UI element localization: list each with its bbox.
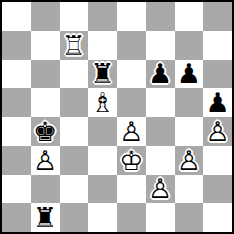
square-d6: ♜ <box>88 60 117 89</box>
square-h1 <box>203 203 232 232</box>
square-c4 <box>60 117 89 146</box>
white-piece-contour: ♙ <box>206 118 230 145</box>
black-rook: ♜ <box>88 60 117 89</box>
square-d2 <box>88 175 117 204</box>
black-rook: ♜ <box>31 203 60 232</box>
square-g7 <box>175 31 204 60</box>
white-piece-contour: ♖ <box>62 32 86 59</box>
square-e8 <box>117 2 146 31</box>
square-b3: ♟♙ <box>31 146 60 175</box>
square-f5 <box>146 88 175 117</box>
square-d5: ♝♗ <box>88 88 117 117</box>
white-piece-contour: ♔ <box>119 147 143 174</box>
white-piece-contour: ♙ <box>33 147 57 174</box>
square-b6 <box>31 60 60 89</box>
square-a6 <box>2 60 31 89</box>
square-e4: ♟♙ <box>117 117 146 146</box>
square-g3: ♟♙ <box>175 146 204 175</box>
square-a1 <box>2 203 31 232</box>
black-piece-glyph: ♟ <box>177 60 201 87</box>
black-pawn: ♟ <box>175 60 204 89</box>
square-g4 <box>175 117 204 146</box>
square-h2 <box>203 175 232 204</box>
square-g6: ♟ <box>175 60 204 89</box>
square-c8 <box>60 2 89 31</box>
square-a5 <box>2 88 31 117</box>
square-e6 <box>117 60 146 89</box>
square-c7: ♜♖ <box>60 31 89 60</box>
square-e1 <box>117 203 146 232</box>
square-f1 <box>146 203 175 232</box>
square-d3 <box>88 146 117 175</box>
square-c1 <box>60 203 89 232</box>
square-g2 <box>175 175 204 204</box>
square-b4: ♚ <box>31 117 60 146</box>
square-d7 <box>88 31 117 60</box>
square-b2 <box>31 175 60 204</box>
square-a3 <box>2 146 31 175</box>
square-f2: ♟♙ <box>146 175 175 204</box>
white-piece-contour: ♙ <box>148 175 172 202</box>
black-piece-glyph: ♚ <box>33 118 57 145</box>
square-f6: ♟ <box>146 60 175 89</box>
square-c3 <box>60 146 89 175</box>
white-king: ♚♔ <box>117 146 146 175</box>
white-bishop: ♝♗ <box>88 88 117 117</box>
square-b1: ♜ <box>31 203 60 232</box>
black-piece-glyph: ♜ <box>91 60 115 87</box>
square-b5 <box>31 88 60 117</box>
square-d4 <box>88 117 117 146</box>
white-pawn: ♟♙ <box>175 146 204 175</box>
square-e5 <box>117 88 146 117</box>
square-f4 <box>146 117 175 146</box>
black-king: ♚ <box>31 117 60 146</box>
white-pawn: ♟♙ <box>117 117 146 146</box>
white-pawn: ♟♙ <box>146 175 175 204</box>
square-h6 <box>203 60 232 89</box>
square-a7 <box>2 31 31 60</box>
square-e3: ♚♔ <box>117 146 146 175</box>
black-pawn: ♟ <box>146 60 175 89</box>
black-piece-glyph: ♟ <box>148 60 172 87</box>
square-c5 <box>60 88 89 117</box>
square-g1 <box>175 203 204 232</box>
white-piece-contour: ♙ <box>177 147 201 174</box>
white-pawn: ♟♙ <box>31 146 60 175</box>
square-c2 <box>60 175 89 204</box>
square-h5: ♟ <box>203 88 232 117</box>
square-b7 <box>31 31 60 60</box>
square-a4 <box>2 117 31 146</box>
square-d8 <box>88 2 117 31</box>
square-a8 <box>2 2 31 31</box>
square-g8 <box>175 2 204 31</box>
square-f8 <box>146 2 175 31</box>
black-pawn: ♟ <box>203 88 232 117</box>
white-pawn: ♟♙ <box>203 117 232 146</box>
white-rook: ♜♖ <box>60 31 89 60</box>
square-h3 <box>203 146 232 175</box>
square-f3 <box>146 146 175 175</box>
chess-diagram: { "game": "chess", "position": "8/2R5/3r… <box>0 0 234 234</box>
square-b8 <box>31 2 60 31</box>
black-piece-glyph: ♟ <box>206 89 230 116</box>
white-piece-contour: ♙ <box>119 118 143 145</box>
square-d1 <box>88 203 117 232</box>
square-f7 <box>146 31 175 60</box>
square-e2 <box>117 175 146 204</box>
square-c6 <box>60 60 89 89</box>
square-h8 <box>203 2 232 31</box>
white-piece-contour: ♗ <box>91 89 115 116</box>
square-h7 <box>203 31 232 60</box>
black-piece-glyph: ♜ <box>33 204 57 231</box>
square-a2 <box>2 175 31 204</box>
square-e7 <box>117 31 146 60</box>
chess-board: ♜♖♜♟♟♝♗♟♚♟♙♟♙♟♙♚♔♟♙♟♙♜ <box>0 0 234 234</box>
square-g5 <box>175 88 204 117</box>
square-h4: ♟♙ <box>203 117 232 146</box>
